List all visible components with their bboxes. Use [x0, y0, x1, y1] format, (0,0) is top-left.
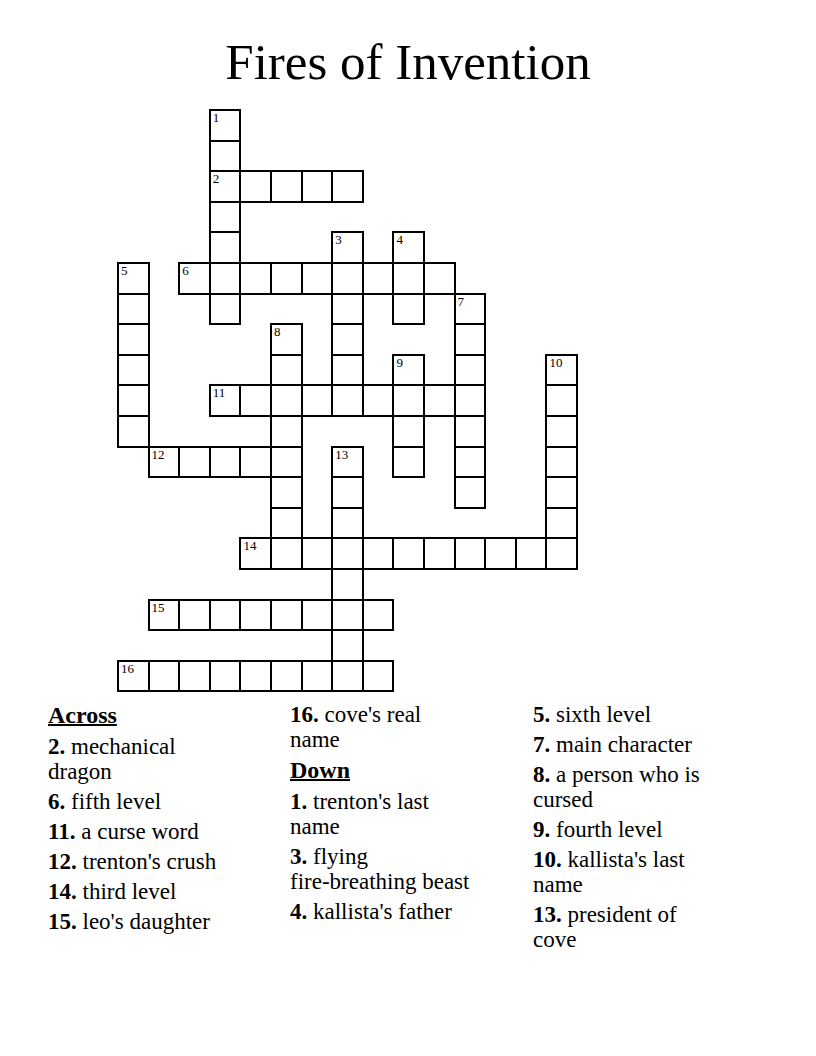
clue-number: 13. — [533, 902, 562, 927]
clue-across-11: 11. a curse word — [48, 819, 216, 844]
clue-across-2: 2. mechanicaldragon — [48, 734, 216, 784]
clue-across-14: 14. third level — [48, 879, 216, 904]
clue-number: 6. — [48, 789, 65, 814]
across-header: Across — [48, 702, 216, 729]
clue-down-7: 7. main character — [533, 732, 700, 757]
clues-column-across: Across2. mechanicaldragon6. fifth level1… — [48, 702, 216, 939]
clue-number: 10. — [533, 847, 562, 872]
clue-down-5: 5. sixth level — [533, 702, 700, 727]
clue-number: 5. — [533, 702, 550, 727]
clue-number: 4. — [290, 899, 307, 924]
clue-down-1: 1. trenton's lastname — [290, 789, 469, 839]
worksheet-page: Fires of Invention 123456789101112131415… — [0, 0, 816, 1056]
clue-number: 16. — [290, 702, 319, 727]
down-header: Down — [290, 757, 469, 784]
clue-down-9: 9. fourth level — [533, 817, 700, 842]
clue-down-8: 8. a person who iscursed — [533, 762, 700, 812]
clue-number: 15. — [48, 909, 77, 934]
clue-number: 8. — [533, 762, 550, 787]
clue-down-10: 10. kallista's lastname — [533, 847, 700, 897]
clues-section: Across2. mechanicaldragon6. fifth level1… — [0, 0, 816, 1056]
clue-down-3: 3. flyingfire-breathing beast — [290, 844, 469, 894]
clue-down-13: 13. president ofcove — [533, 902, 700, 952]
clue-number: 2. — [48, 734, 65, 759]
clue-number: 12. — [48, 849, 77, 874]
clue-number: 1. — [290, 789, 307, 814]
clue-number: 7. — [533, 732, 550, 757]
clues-column-middle: 16. cove's realnameDown1. trenton's last… — [290, 702, 469, 929]
clue-number: 3. — [290, 844, 307, 869]
clue-across-15: 15. leo's daughter — [48, 909, 216, 934]
clue-number: 14. — [48, 879, 77, 904]
clue-across-12: 12. trenton's crush — [48, 849, 216, 874]
clue-down-4: 4. kallista's father — [290, 899, 469, 924]
clues-column-down: 5. sixth level7. main character8. a pers… — [533, 702, 700, 957]
clue-across-6: 6. fifth level — [48, 789, 216, 814]
clue-across-16: 16. cove's realname — [290, 702, 469, 752]
clue-number: 9. — [533, 817, 550, 842]
clue-number: 11. — [48, 819, 75, 844]
